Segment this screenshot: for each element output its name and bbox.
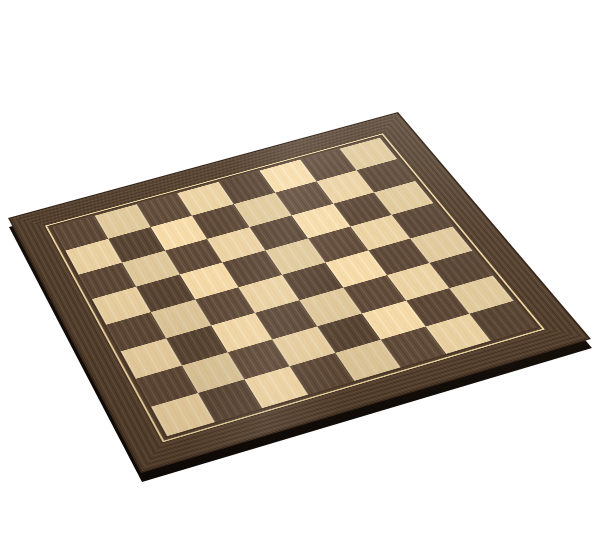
product-photo-canvas (0, 0, 599, 557)
board-frame (8, 112, 591, 473)
chess-board (8, 112, 591, 473)
